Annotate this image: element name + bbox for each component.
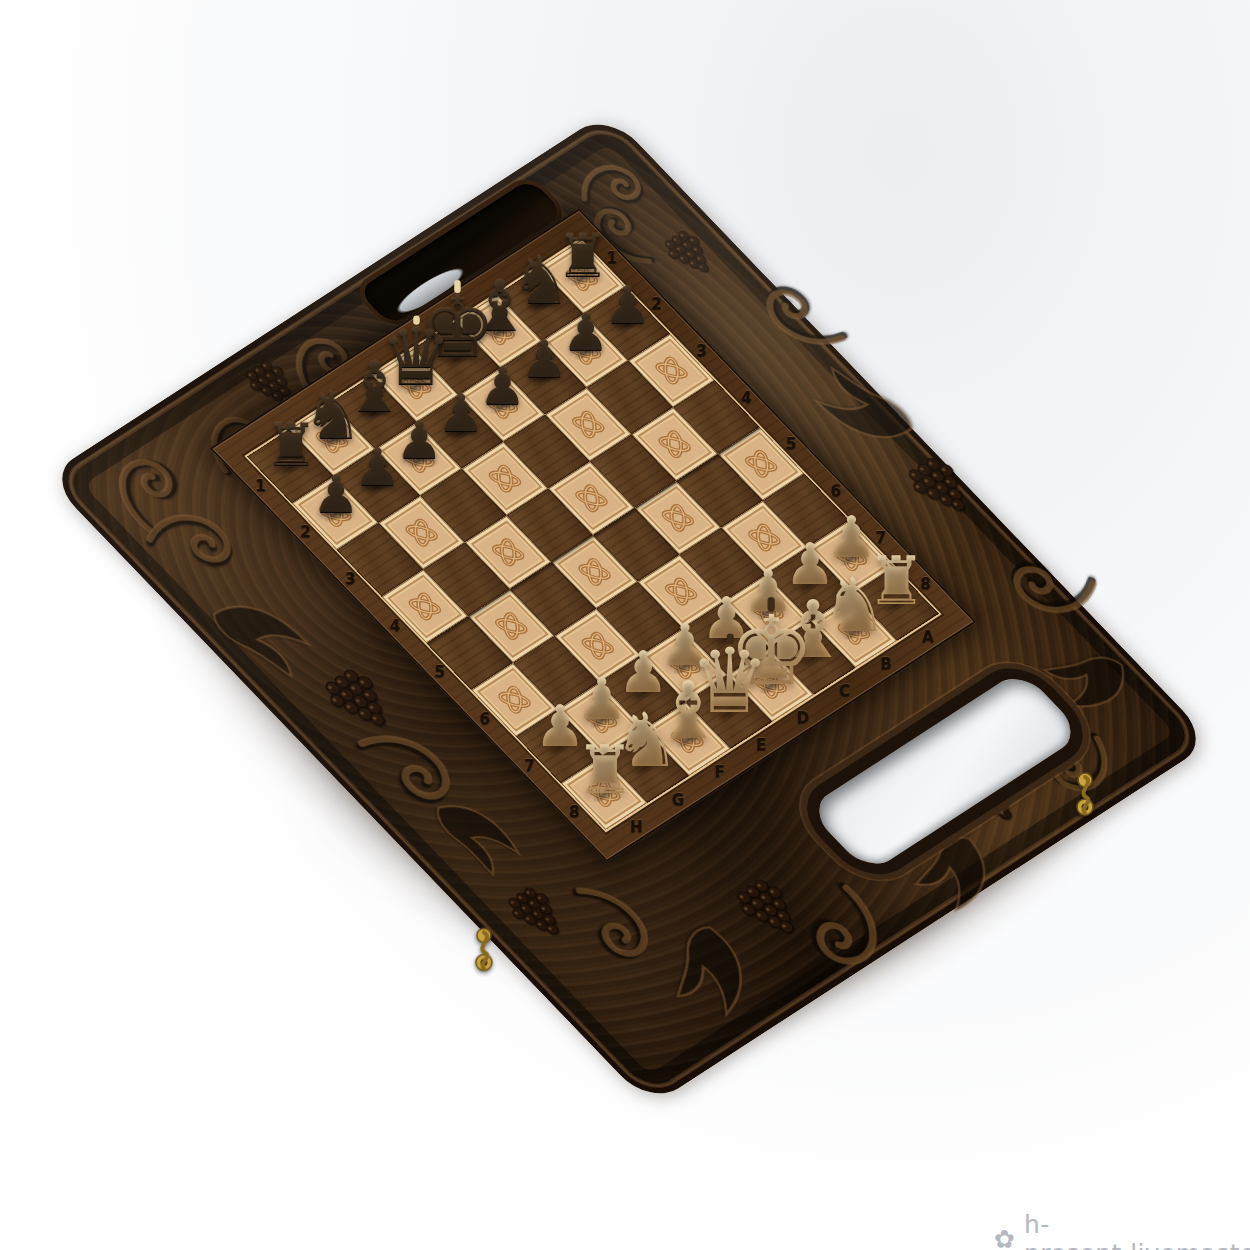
rank-label-right: 6: [831, 482, 841, 500]
flower-icon: ✿: [994, 1227, 1015, 1250]
leaf-carving: [657, 915, 772, 1032]
file-label-front: E: [756, 736, 766, 754]
rank-label-left: 3: [345, 570, 355, 588]
black-pawn: ♟: [437, 387, 484, 440]
black-queen-finial: [413, 316, 420, 325]
brass-clasp-icon: [469, 927, 499, 971]
black-king-finial: [455, 280, 462, 293]
rank-label-right: 5: [786, 435, 796, 453]
chess-backgammon-case: ♜♞♝♛♚♝♞♜♟♟♟♟♟♟♟♟♟♟♟♟♟♟♟♟♜♞♝♛♚♝♞♜ 1234567…: [45, 111, 1212, 1106]
white-king-finial: [768, 597, 775, 612]
scroll-carving: [344, 707, 500, 848]
rank-label-left: 7: [524, 757, 534, 775]
grape-cluster-carving: [716, 864, 823, 954]
black-pawn: ♟: [521, 333, 568, 386]
scroll-carving: [570, 150, 675, 222]
carved-frame: ♜♞♝♛♚♝♞♜♟♟♟♟♟♟♟♟♟♟♟♟♟♟♟♟♜♞♝♛♚♝♞♜ 1234567…: [45, 111, 1212, 1106]
rank-label-right: 4: [741, 389, 751, 407]
scroll-carving: [565, 882, 679, 990]
leaf-carving: [797, 355, 924, 467]
rank-label-right: 3: [696, 342, 706, 360]
black-pawn: ♟: [562, 306, 609, 359]
scroll-carving: [136, 484, 277, 604]
file-label-front: D: [797, 709, 809, 727]
scroll-carving: [723, 248, 858, 369]
file-label-front: F: [714, 763, 724, 781]
brass-clasp: [1070, 772, 1100, 816]
grape-cluster-carving: [888, 442, 995, 532]
grape-cluster-carving: [648, 219, 732, 289]
watermark: ✿ h-present.livemaster.ru: [994, 1210, 1250, 1250]
scroll-carving: [970, 528, 1106, 642]
black-pawn: ♟: [604, 279, 651, 332]
product-photo-stage: ♜♞♝♛♚♝♞♜♟♟♟♟♟♟♟♟♟♟♟♟♟♟♟♟♜♞♝♛♚♝♞♜ 1234567…: [0, 0, 1250, 1250]
chess-board: ♜♞♝♛♚♝♞♜♟♟♟♟♟♟♟♟♟♟♟♟♟♟♟♟♜♞♝♛♚♝♞♜: [247, 240, 939, 830]
rank-label-left: 5: [435, 663, 445, 681]
scroll-carving: [765, 873, 916, 1008]
file-label-front: B: [880, 655, 891, 673]
grape-cluster-carving: [490, 873, 585, 953]
grape-cluster-carving: [303, 653, 416, 748]
file-label-front: G: [672, 791, 684, 809]
white-rook: ♜: [575, 737, 635, 804]
black-pawn: ♟: [396, 414, 443, 467]
watermark-text: h-present.livemaster.ru: [1024, 1210, 1250, 1250]
rank-label-left: 6: [479, 710, 489, 728]
black-pawn: ♟: [312, 468, 359, 521]
scroll-carving: [85, 418, 218, 544]
black-rook: ♜: [265, 416, 318, 476]
rank-label-left: 4: [390, 617, 400, 635]
file-label-front: H: [630, 818, 643, 836]
brass-clasp-icon: [1070, 772, 1100, 816]
black-pawn: ♟: [479, 360, 526, 413]
leaf-carving: [425, 787, 535, 884]
brass-clasp: [469, 927, 499, 971]
rank-label-left: 2: [300, 523, 310, 541]
rank-label-right: 2: [651, 295, 661, 313]
file-label-front: C: [839, 682, 850, 700]
leaf-carving: [201, 578, 328, 690]
file-label-front: A: [922, 628, 934, 646]
black-pawn: ♟: [354, 441, 401, 494]
white-queen-finial: [726, 634, 733, 644]
